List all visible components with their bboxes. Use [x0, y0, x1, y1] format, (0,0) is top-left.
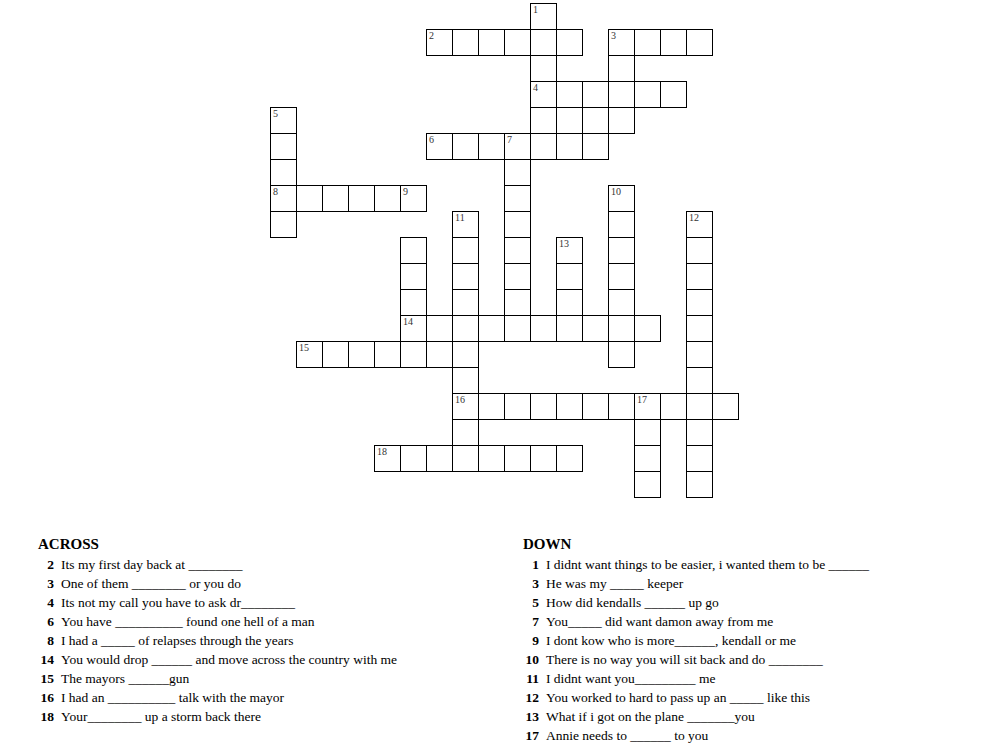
clue-item: 8I had a _____ of relapses through the y… [38, 634, 397, 648]
clue-text: He was my _____ keeper [546, 577, 683, 591]
grid-cell[interactable] [504, 133, 531, 160]
grid-cell[interactable] [400, 289, 427, 316]
grid-cell[interactable] [452, 29, 479, 56]
clue-item: 10There is no way you will sit back and … [523, 653, 869, 667]
clue-item: 17Annie needs to ______ to you [523, 729, 869, 743]
grid-cell[interactable] [504, 211, 531, 238]
grid-cell[interactable] [634, 29, 661, 56]
clue-text: What if i got on the plane _______you [546, 710, 755, 724]
grid-cell[interactable] [660, 29, 687, 56]
grid-cell[interactable] [634, 471, 661, 498]
clue-number: 8 [38, 634, 54, 648]
clue-number: 15 [38, 672, 54, 686]
grid-cell[interactable] [426, 341, 453, 368]
grid-cell[interactable] [686, 367, 713, 394]
grid-cell[interactable] [504, 263, 531, 290]
across-header: ACROSS [38, 537, 397, 552]
clue-number: 12 [523, 691, 539, 705]
grid-cell[interactable] [426, 315, 453, 342]
grid-cell[interactable] [374, 185, 401, 212]
clue-number: 10 [523, 653, 539, 667]
clue-number: 2 [38, 558, 54, 572]
grid-cell[interactable] [660, 81, 687, 108]
grid-cell[interactable] [400, 445, 427, 472]
grid-cell[interactable] [478, 29, 505, 56]
clue-number: 5 [523, 596, 539, 610]
clue-item: 15The mayors ______gun [38, 672, 397, 686]
grid-cell[interactable] [270, 107, 297, 134]
grid-cell[interactable] [504, 445, 531, 472]
grid-cell[interactable] [530, 315, 557, 342]
clue-text: I had an __________ talk with the mayor [61, 691, 284, 705]
clue-number: 16 [38, 691, 54, 705]
grid-cell[interactable] [296, 185, 323, 212]
clue-text: Annie needs to ______ to you [546, 729, 708, 743]
clue-number: 3 [38, 577, 54, 591]
clue-item: 1I didnt want things to be easier, i wan… [523, 558, 869, 572]
grid-cell[interactable] [608, 55, 635, 82]
clue-number: 9 [523, 634, 539, 648]
grid-cell[interactable] [556, 289, 583, 316]
grid-cell[interactable] [686, 419, 713, 446]
across-clue-list: 2Its my first day back at ________3One o… [38, 558, 397, 724]
grid-cell[interactable] [686, 237, 713, 264]
across-clues-section: ACROSS 2Its my first day back at _______… [38, 537, 397, 729]
grid-cell[interactable] [400, 185, 427, 212]
down-header: DOWN [523, 537, 869, 552]
grid-cell[interactable] [686, 211, 713, 238]
grid-cell[interactable] [296, 341, 323, 368]
clue-item: 7You_____ did want damon away from me [523, 615, 869, 629]
clue-item: 12You worked to hard to pass up an _____… [523, 691, 869, 705]
grid-cell[interactable] [556, 133, 583, 160]
clue-number: 3 [523, 577, 539, 591]
grid-cell[interactable] [608, 29, 635, 56]
clue-item: 14You would drop ______ and move across … [38, 653, 397, 667]
grid-cell[interactable] [530, 445, 557, 472]
grid-cell[interactable] [556, 29, 583, 56]
grid-cell[interactable] [426, 133, 453, 160]
grid-cell[interactable] [400, 315, 427, 342]
grid-cell[interactable] [452, 445, 479, 472]
clue-item: 3He was my _____ keeper [523, 577, 869, 591]
grid-cell[interactable] [348, 185, 375, 212]
clue-text: You have __________ found one hell of a … [61, 615, 315, 629]
grid-cell[interactable] [322, 185, 349, 212]
grid-cell[interactable] [634, 419, 661, 446]
clue-item: 18Your________ up a storm back there [38, 710, 397, 724]
grid-cell[interactable] [686, 393, 713, 420]
grid-cell[interactable] [660, 393, 687, 420]
clue-number: 1 [523, 558, 539, 572]
grid-cell[interactable] [608, 315, 635, 342]
grid-cell[interactable] [426, 445, 453, 472]
clue-number: 6 [38, 615, 54, 629]
grid-cell[interactable] [504, 185, 531, 212]
clue-text: How did kendalls ______ up go [546, 596, 719, 610]
down-clue-list: 1I didnt want things to be easier, i wan… [523, 558, 869, 743]
grid-cell[interactable] [686, 445, 713, 472]
grid-cell[interactable] [608, 107, 635, 134]
clue-text: Its not my call you have to ask dr______… [61, 596, 295, 610]
grid-cell[interactable] [556, 81, 583, 108]
grid-cell[interactable] [608, 81, 635, 108]
clue-number: 13 [523, 710, 539, 724]
grid-cell[interactable] [556, 237, 583, 264]
grid-cell[interactable] [582, 315, 609, 342]
grid-cell[interactable] [530, 55, 557, 82]
grid-cell[interactable] [686, 29, 713, 56]
grid-cell[interactable] [452, 263, 479, 290]
clue-item: 13What if i got on the plane _______you [523, 710, 869, 724]
grid-cell[interactable] [452, 211, 479, 238]
grid-cell[interactable] [712, 393, 739, 420]
grid-cell[interactable] [556, 445, 583, 472]
clue-text: I didnt want you_________ me [546, 672, 715, 686]
grid-cell[interactable] [452, 315, 479, 342]
grid-cell[interactable] [634, 81, 661, 108]
grid-cell[interactable] [504, 237, 531, 264]
grid-cell[interactable] [530, 107, 557, 134]
grid-cell[interactable] [452, 341, 479, 368]
clue-text: There is no way you will sit back and do… [546, 653, 823, 667]
grid-cell[interactable] [452, 289, 479, 316]
grid-cell[interactable] [686, 263, 713, 290]
grid-cell[interactable] [478, 133, 505, 160]
grid-cell[interactable] [400, 237, 427, 264]
grid-cell[interactable] [608, 185, 635, 212]
clue-text: I dont kow who is more______, kendall or… [546, 634, 796, 648]
grid-cell[interactable] [608, 393, 635, 420]
grid-cell[interactable] [556, 393, 583, 420]
grid-cell[interactable] [348, 341, 375, 368]
grid-cell[interactable] [634, 393, 661, 420]
clue-number: 14 [38, 653, 54, 667]
down-clues-section: DOWN 1I didnt want things to be easier, … [523, 537, 869, 745]
grid-cell[interactable] [322, 341, 349, 368]
grid-cell[interactable] [452, 237, 479, 264]
grid-cell[interactable] [556, 315, 583, 342]
clue-number: 4 [38, 596, 54, 610]
grid-cell[interactable] [400, 263, 427, 290]
grid-cell[interactable] [504, 289, 531, 316]
grid-cell[interactable] [530, 29, 557, 56]
clue-item: 11I didnt want you_________ me [523, 672, 869, 686]
grid-cell[interactable] [582, 81, 609, 108]
grid-cell[interactable] [686, 341, 713, 368]
grid-cell[interactable] [452, 133, 479, 160]
grid-cell[interactable] [608, 211, 635, 238]
clue-item: 3One of them ________ or you do [38, 577, 397, 591]
grid-cell[interactable] [634, 445, 661, 472]
grid-cell[interactable] [270, 159, 297, 186]
grid-cell[interactable] [478, 445, 505, 472]
clue-item: 2Its my first day back at ________ [38, 558, 397, 572]
clue-text: One of them ________ or you do [61, 577, 241, 591]
clue-number: 18 [38, 710, 54, 724]
grid-cell[interactable] [582, 393, 609, 420]
grid-cell[interactable] [608, 237, 635, 264]
grid-cell[interactable] [556, 263, 583, 290]
grid-cell[interactable] [582, 107, 609, 134]
clue-item: 5How did kendalls ______ up go [523, 596, 869, 610]
grid-cell[interactable] [530, 393, 557, 420]
grid-cell[interactable] [478, 315, 505, 342]
grid-cell[interactable] [426, 29, 453, 56]
grid-cell[interactable] [608, 263, 635, 290]
grid-cell[interactable] [478, 393, 505, 420]
grid-cell[interactable] [530, 81, 557, 108]
grid-cell[interactable] [504, 29, 531, 56]
grid-cell[interactable] [634, 315, 661, 342]
clue-number: 7 [523, 615, 539, 629]
clue-text: Your________ up a storm back there [61, 710, 261, 724]
clue-text: I had a _____ of relapses through the ye… [61, 634, 293, 648]
grid-cell[interactable] [270, 185, 297, 212]
grid-cell[interactable] [452, 393, 479, 420]
grid-cell[interactable] [270, 133, 297, 160]
clue-item: 4Its not my call you have to ask dr_____… [38, 596, 397, 610]
clue-text: You worked to hard to pass up an _____ l… [546, 691, 810, 705]
grid-cell[interactable] [608, 341, 635, 368]
clue-number: 11 [523, 672, 539, 686]
grid-cell[interactable] [270, 211, 297, 238]
grid-cell[interactable] [686, 471, 713, 498]
clue-text: You would drop ______ and move across th… [61, 653, 397, 667]
grid-cell[interactable] [686, 289, 713, 316]
grid-cell[interactable] [374, 445, 401, 472]
clue-text: Its my first day back at ________ [61, 558, 242, 572]
grid-cell[interactable] [452, 419, 479, 446]
grid-cell[interactable] [504, 159, 531, 186]
grid-cell[interactable] [400, 341, 427, 368]
grid-cell[interactable] [608, 289, 635, 316]
clue-text: I didnt want things to be easier, i want… [546, 558, 869, 572]
grid-cell[interactable] [452, 367, 479, 394]
grid-cell[interactable] [530, 3, 557, 30]
crossword-grid: 123456789101112131415161718 [270, 3, 739, 498]
clue-number: 17 [523, 729, 539, 743]
grid-cell[interactable] [582, 133, 609, 160]
clue-item: 9I dont kow who is more______, kendall o… [523, 634, 869, 648]
grid-cell[interactable] [504, 393, 531, 420]
grid-cell[interactable] [556, 107, 583, 134]
grid-cell[interactable] [530, 133, 557, 160]
clue-text: You_____ did want damon away from me [546, 615, 773, 629]
grid-cell[interactable] [374, 341, 401, 368]
clue-text: The mayors ______gun [61, 672, 189, 686]
clue-item: 6You have __________ found one hell of a… [38, 615, 397, 629]
grid-cell[interactable] [504, 315, 531, 342]
grid-cell[interactable] [686, 315, 713, 342]
clue-item: 16I had an __________ talk with the mayo… [38, 691, 397, 705]
